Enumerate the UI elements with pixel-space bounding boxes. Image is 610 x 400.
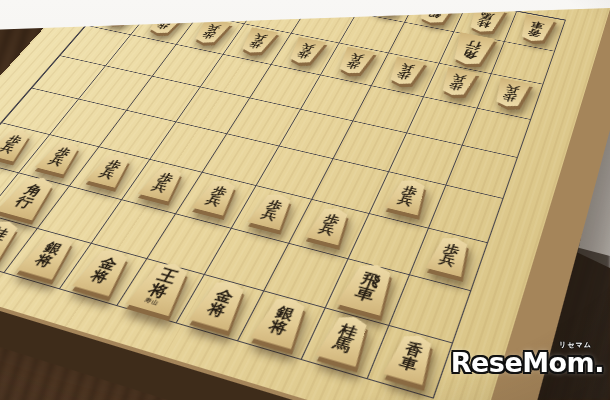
king-maker-signature: 寿山 bbox=[144, 297, 161, 306]
resemom-watermark: リセマムReseMom. bbox=[451, 347, 604, 378]
logo-text: ReseMom. bbox=[451, 347, 604, 378]
photo-frame: 香車桂馬銀将金将玉将金将銀将桂馬香車飛車角行歩兵歩兵歩兵歩兵歩兵歩兵歩兵歩兵歩兵… bbox=[0, 0, 610, 400]
logo-ruby-text: リセマム bbox=[559, 340, 592, 350]
